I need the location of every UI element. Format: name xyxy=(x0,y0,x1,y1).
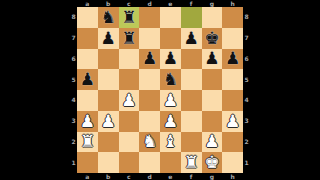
square-e7[interactable] xyxy=(160,28,181,49)
square-d7[interactable] xyxy=(139,28,160,49)
square-f8[interactable] xyxy=(181,7,202,28)
square-f2[interactable] xyxy=(181,132,202,153)
square-b4[interactable] xyxy=(98,90,119,111)
file-label-a: a xyxy=(77,173,98,180)
square-e5[interactable]: ♞ xyxy=(160,69,181,90)
square-c4[interactable]: ♟ xyxy=(119,90,140,111)
square-e1[interactable] xyxy=(160,152,181,173)
square-a8[interactable] xyxy=(77,7,98,28)
file-label-a: a xyxy=(77,0,98,7)
chess-board: ♞♜♟♜♟♚♟♟♟♟♟♞♟♟♟♟♟♟♜♞♝♟♜♚ xyxy=(77,7,243,173)
square-f1[interactable]: ♜ xyxy=(181,152,202,173)
rank-label-7: 7 xyxy=(70,28,77,49)
file-label-d: d xyxy=(139,0,160,7)
square-g3[interactable] xyxy=(202,111,223,132)
black-rook-c8[interactable]: ♜ xyxy=(121,9,136,26)
file-label-d: d xyxy=(139,173,160,180)
square-b6[interactable] xyxy=(98,49,119,70)
file-label-f: f xyxy=(181,173,202,180)
square-h7[interactable] xyxy=(222,28,243,49)
black-king-g7[interactable]: ♚ xyxy=(204,30,219,47)
file-labels-top: abcdefgh xyxy=(77,0,243,7)
square-d2[interactable]: ♞ xyxy=(139,132,160,153)
square-b8[interactable]: ♞ xyxy=(98,7,119,28)
white-pawn-e4[interactable]: ♟ xyxy=(163,92,178,109)
rank-label-3: 3 xyxy=(70,111,77,132)
square-d4[interactable] xyxy=(139,90,160,111)
black-rook-c7[interactable]: ♜ xyxy=(121,30,136,47)
white-knight-d2[interactable]: ♞ xyxy=(142,133,157,150)
rank-label-5: 5 xyxy=(243,69,250,90)
file-label-f: f xyxy=(181,0,202,7)
white-king-g1[interactable]: ♚ xyxy=(204,154,219,171)
square-b2[interactable] xyxy=(98,132,119,153)
rank-label-7: 7 xyxy=(243,28,250,49)
file-label-h: h xyxy=(222,0,243,7)
rank-label-4: 4 xyxy=(243,90,250,111)
file-label-e: e xyxy=(160,173,181,180)
square-c6[interactable] xyxy=(119,49,140,70)
file-label-e: e xyxy=(160,0,181,7)
file-label-h: h xyxy=(222,173,243,180)
black-pawn-b7[interactable]: ♟ xyxy=(101,30,116,47)
file-label-g: g xyxy=(202,0,223,7)
rank-label-5: 5 xyxy=(70,69,77,90)
square-f7[interactable]: ♟ xyxy=(181,28,202,49)
square-h4[interactable] xyxy=(222,90,243,111)
square-h2[interactable] xyxy=(222,132,243,153)
file-label-c: c xyxy=(119,0,140,7)
rank-labels-right: 87654321 xyxy=(243,7,250,173)
white-rook-f1[interactable]: ♜ xyxy=(184,154,199,171)
white-pawn-g2[interactable]: ♟ xyxy=(204,133,219,150)
rank-label-6: 6 xyxy=(243,49,250,70)
square-e4[interactable]: ♟ xyxy=(160,90,181,111)
square-g8[interactable] xyxy=(202,7,223,28)
file-labels-bottom: abcdefgh xyxy=(77,173,243,180)
rank-label-1: 1 xyxy=(243,152,250,173)
square-f4[interactable] xyxy=(181,90,202,111)
square-g1[interactable]: ♚ xyxy=(202,152,223,173)
square-e8[interactable] xyxy=(160,7,181,28)
square-e2[interactable]: ♝ xyxy=(160,132,181,153)
black-pawn-d6[interactable]: ♟ xyxy=(142,50,157,67)
rank-label-2: 2 xyxy=(70,132,77,153)
square-a1[interactable] xyxy=(77,152,98,173)
white-pawn-a3[interactable]: ♟ xyxy=(80,113,95,130)
file-label-b: b xyxy=(98,0,119,7)
square-a6[interactable] xyxy=(77,49,98,70)
black-pawn-g6[interactable]: ♟ xyxy=(204,50,219,67)
video-letterbox-screen: abcdefgh 87654321 ♞♜♟♜♟♚♟♟♟♟♟♞♟♟♟♟♟♟♜♞♝♟… xyxy=(0,0,320,180)
square-h3[interactable]: ♟ xyxy=(222,111,243,132)
square-d1[interactable] xyxy=(139,152,160,173)
white-pawn-c4[interactable]: ♟ xyxy=(121,92,136,109)
black-knight-e5[interactable]: ♞ xyxy=(163,71,178,88)
rank-label-4: 4 xyxy=(70,90,77,111)
black-pawn-h6[interactable]: ♟ xyxy=(225,50,240,67)
square-d6[interactable]: ♟ xyxy=(139,49,160,70)
white-pawn-e3[interactable]: ♟ xyxy=(163,113,178,130)
square-f3[interactable] xyxy=(181,111,202,132)
white-pawn-h3[interactable]: ♟ xyxy=(225,113,240,130)
file-label-b: b xyxy=(98,173,119,180)
black-pawn-a5[interactable]: ♟ xyxy=(80,71,95,88)
square-g5[interactable] xyxy=(202,69,223,90)
rank-label-8: 8 xyxy=(70,7,77,28)
square-a3[interactable]: ♟ xyxy=(77,111,98,132)
square-c8[interactable]: ♜ xyxy=(119,7,140,28)
black-pawn-f7[interactable]: ♟ xyxy=(184,30,199,47)
white-rook-a2[interactable]: ♜ xyxy=(80,133,95,150)
square-a7[interactable] xyxy=(77,28,98,49)
file-label-g: g xyxy=(202,173,223,180)
square-h6[interactable]: ♟ xyxy=(222,49,243,70)
square-e3[interactable]: ♟ xyxy=(160,111,181,132)
square-d3[interactable] xyxy=(139,111,160,132)
square-a5[interactable]: ♟ xyxy=(77,69,98,90)
white-bishop-e2[interactable]: ♝ xyxy=(163,133,178,150)
square-b3[interactable]: ♟ xyxy=(98,111,119,132)
square-h1[interactable] xyxy=(222,152,243,173)
square-g6[interactable]: ♟ xyxy=(202,49,223,70)
square-g2[interactable]: ♟ xyxy=(202,132,223,153)
file-label-c: c xyxy=(119,173,140,180)
white-pawn-b3[interactable]: ♟ xyxy=(101,113,116,130)
rank-label-2: 2 xyxy=(243,132,250,153)
square-c7[interactable]: ♜ xyxy=(119,28,140,49)
square-c3[interactable] xyxy=(119,111,140,132)
square-c2[interactable] xyxy=(119,132,140,153)
square-g4[interactable] xyxy=(202,90,223,111)
black-pawn-e6[interactable]: ♟ xyxy=(163,50,178,67)
rank-labels-left: 87654321 xyxy=(70,7,77,173)
square-h8[interactable] xyxy=(222,7,243,28)
square-g7[interactable]: ♚ xyxy=(202,28,223,49)
square-f5[interactable] xyxy=(181,69,202,90)
square-b5[interactable] xyxy=(98,69,119,90)
rank-label-8: 8 xyxy=(243,7,250,28)
square-a2[interactable]: ♜ xyxy=(77,132,98,153)
square-c1[interactable] xyxy=(119,152,140,173)
chess-board-frame: abcdefgh 87654321 ♞♜♟♜♟♚♟♟♟♟♟♞♟♟♟♟♟♟♜♞♝♟… xyxy=(70,0,250,180)
square-c5[interactable] xyxy=(119,69,140,90)
square-h5[interactable] xyxy=(222,69,243,90)
square-e6[interactable]: ♟ xyxy=(160,49,181,70)
rank-label-6: 6 xyxy=(70,49,77,70)
rank-label-1: 1 xyxy=(70,152,77,173)
square-d8[interactable] xyxy=(139,7,160,28)
square-d5[interactable] xyxy=(139,69,160,90)
square-b7[interactable]: ♟ xyxy=(98,28,119,49)
square-b1[interactable] xyxy=(98,152,119,173)
square-a4[interactable] xyxy=(77,90,98,111)
square-f6[interactable] xyxy=(181,49,202,70)
black-knight-b8[interactable]: ♞ xyxy=(101,9,116,26)
rank-label-3: 3 xyxy=(243,111,250,132)
